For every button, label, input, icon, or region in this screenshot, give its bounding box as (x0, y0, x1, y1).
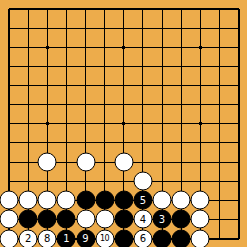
stone-black (172, 210, 191, 229)
stone-black (114, 229, 133, 247)
stone-white (76, 210, 95, 229)
stone-black (153, 229, 172, 247)
stone-black: 3 (153, 210, 172, 229)
stone-white (19, 191, 38, 210)
stone-white (0, 210, 19, 229)
move-number: 10 (100, 235, 109, 243)
stone-black (114, 210, 133, 229)
stone-white (172, 191, 191, 210)
stones-layer: 5432819106 (0, 0, 247, 247)
stone-black (57, 210, 76, 229)
stone-white (191, 229, 210, 247)
stone-black (114, 191, 133, 210)
stone-white (38, 191, 57, 210)
stone-black (38, 210, 57, 229)
stone-black: 1 (57, 229, 76, 247)
stone-white (76, 153, 95, 172)
go-board-diagram: 5432819106 (0, 0, 247, 247)
stone-white (0, 229, 19, 247)
stone-white (191, 210, 210, 229)
stone-black (95, 191, 114, 210)
stone-black (172, 229, 191, 247)
stone-white (57, 191, 76, 210)
screenshot-root: { "game": "go", "diagram_type": "printed… (0, 0, 247, 247)
move-number: 5 (140, 195, 146, 205)
stone-white: 2 (19, 229, 38, 247)
move-number: 8 (44, 234, 50, 244)
stone-white: 6 (133, 229, 152, 247)
move-number: 2 (25, 234, 31, 244)
stone-white (0, 191, 19, 210)
stone-white (38, 153, 57, 172)
stone-black: 9 (76, 229, 95, 247)
stone-white (153, 191, 172, 210)
stone-white (133, 172, 152, 191)
move-number: 3 (159, 214, 165, 224)
move-number: 9 (82, 234, 88, 244)
move-number: 6 (140, 234, 146, 244)
stone-white: 4 (133, 210, 152, 229)
stone-black (19, 210, 38, 229)
stone-white: 10 (95, 229, 114, 247)
stone-white (114, 153, 133, 172)
move-number: 4 (140, 214, 146, 224)
stone-black (76, 191, 95, 210)
stone-black: 5 (133, 191, 152, 210)
stone-white (95, 210, 114, 229)
move-number: 1 (63, 234, 69, 244)
stone-white (191, 191, 210, 210)
stone-white: 8 (38, 229, 57, 247)
